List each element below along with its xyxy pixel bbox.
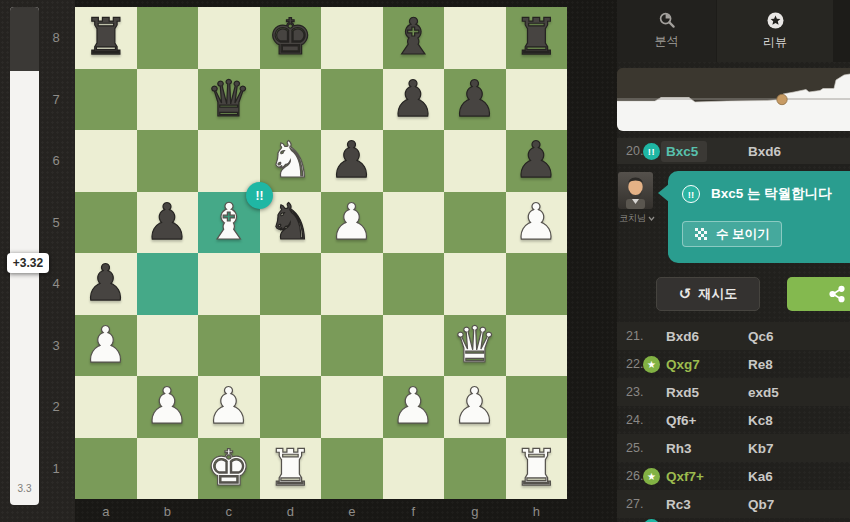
- show-moves-button[interactable]: 수 보이기: [682, 221, 782, 247]
- square-d7[interactable]: [260, 69, 322, 131]
- white-pawn-a3[interactable]: ♟: [83, 315, 128, 377]
- move-black[interactable]: Qb7: [748, 497, 774, 512]
- rank-label-6: 6: [44, 130, 68, 192]
- square-g7[interactable]: ♟: [444, 69, 506, 131]
- white-pawn-f2[interactable]: ♟: [391, 376, 436, 438]
- square-g2[interactable]: ♟: [444, 376, 506, 438]
- coach-name-label[interactable]: 코치님: [617, 212, 657, 225]
- white-knight-d6[interactable]: ♞: [268, 130, 313, 192]
- move-white[interactable]: Qxf7+: [666, 469, 748, 484]
- square-a5[interactable]: [75, 192, 137, 254]
- square-e6[interactable]: ♟: [321, 130, 383, 192]
- rank-label-3: 3: [44, 315, 68, 377]
- white-king-c1[interactable]: ♚: [206, 438, 251, 500]
- white-pawn-c2[interactable]: ♟: [206, 376, 251, 438]
- black-pawn-a4[interactable]: ♟: [83, 253, 128, 315]
- retry-icon: ↺: [679, 285, 692, 303]
- move-number: 21.: [617, 329, 643, 343]
- square-a2[interactable]: [75, 376, 137, 438]
- square-f2[interactable]: ♟: [383, 376, 445, 438]
- black-bishop-f8[interactable]: ♝: [391, 7, 436, 69]
- file-label-g: g: [444, 499, 506, 522]
- square-a3[interactable]: ♟: [75, 315, 137, 377]
- panel-tabs: 분석 리뷰: [617, 0, 850, 62]
- square-b7[interactable]: [137, 69, 199, 131]
- square-e1[interactable]: [321, 438, 383, 500]
- selected-move-white[interactable]: Bxc5: [661, 141, 707, 162]
- square-a8[interactable]: ♜: [75, 7, 137, 69]
- square-b2[interactable]: ♟: [137, 376, 199, 438]
- file-label-c: c: [198, 499, 260, 522]
- square-b1[interactable]: [137, 438, 199, 500]
- square-a1[interactable]: [75, 438, 137, 500]
- show-moves-label: 수 보이기: [716, 226, 769, 243]
- move-row-27: 27.Rc3Qb7: [617, 490, 850, 518]
- square-g1[interactable]: [444, 438, 506, 500]
- square-d6[interactable]: ♞: [260, 130, 322, 192]
- tab-review[interactable]: 리뷰: [717, 0, 833, 62]
- file-labels: abcdefgh: [75, 499, 567, 522]
- move-number: 25.: [617, 441, 643, 455]
- white-rook-h1[interactable]: ♜: [514, 438, 559, 500]
- white-rook-d1[interactable]: ♜: [268, 438, 313, 500]
- square-b6[interactable]: [137, 130, 199, 192]
- black-pawn-g7[interactable]: ♟: [452, 69, 497, 131]
- eval-sidebar: 3.3 +3.32 87654321: [0, 0, 75, 522]
- rank-label-1: 1: [44, 438, 68, 500]
- analysis-magnifier-icon: [659, 12, 675, 28]
- tab-analysis[interactable]: 분석: [617, 0, 716, 62]
- coach-comment-text: Bxc5 는 탁월합니다: [711, 185, 832, 203]
- evaluation-graph[interactable]: [617, 68, 850, 131]
- share-button[interactable]: [787, 277, 850, 311]
- file-label-f: f: [383, 499, 445, 522]
- square-a6[interactable]: [75, 130, 137, 192]
- square-d8[interactable]: ♚: [260, 7, 322, 69]
- square-f4[interactable]: [383, 253, 445, 315]
- square-g4[interactable]: [444, 253, 506, 315]
- move-row-24: 24.Qf6+Kc8: [617, 406, 850, 434]
- move-row-21: 21.Bxd6Qc6: [617, 322, 850, 350]
- black-pawn-e6[interactable]: ♟: [329, 130, 374, 192]
- move-row-23: 23.Rxd5exd5: [617, 378, 850, 406]
- square-f6[interactable]: [383, 130, 445, 192]
- move-black[interactable]: Bxd6: [748, 144, 781, 159]
- checkerboard-icon: [695, 228, 708, 241]
- evaluation-bar-black-part: [10, 7, 39, 71]
- square-f8[interactable]: ♝: [383, 7, 445, 69]
- rank-label-2: 2: [44, 376, 68, 438]
- move-black[interactable]: exd5: [748, 385, 779, 400]
- square-d1[interactable]: ♜: [260, 438, 322, 500]
- square-f5[interactable]: [383, 192, 445, 254]
- square-b8[interactable]: [137, 7, 199, 69]
- tab-analysis-label: 분석: [655, 33, 679, 50]
- black-king-d8[interactable]: ♚: [268, 7, 313, 69]
- move-black[interactable]: Re8: [748, 357, 773, 372]
- move-row-25: 25.Rh3Kb7: [617, 434, 850, 462]
- move-white[interactable]: Bxd6: [666, 329, 748, 344]
- file-label-b: b: [137, 499, 199, 522]
- square-e3[interactable]: [321, 315, 383, 377]
- chess-board-area: ♜♚♝♜♛♟♟♞♟♟♟♝♞♟♟♟♟♛♟♟♟♟♚♜♜ !! abcdefgh: [75, 7, 567, 522]
- square-e8[interactable]: [321, 7, 383, 69]
- chevron-down-icon: [648, 216, 655, 221]
- coach-avatar[interactable]: [618, 172, 653, 209]
- move-white[interactable]: Qf6+: [666, 413, 748, 428]
- eval-graph-current-move-marker: [777, 94, 787, 104]
- rank-label-7: 7: [44, 69, 68, 131]
- white-pawn-b2[interactable]: ♟: [145, 376, 190, 438]
- move-row-22: 22.★Qxg7Re8: [617, 350, 850, 378]
- white-pawn-e5[interactable]: ♟: [329, 192, 374, 254]
- square-e4[interactable]: [321, 253, 383, 315]
- best-move-star-icon: ★: [643, 468, 660, 485]
- retry-button[interactable]: ↺ 재시도: [656, 277, 760, 311]
- square-d3[interactable]: [260, 315, 322, 377]
- square-a7[interactable]: [75, 69, 137, 131]
- move-black[interactable]: Ka6: [748, 469, 773, 484]
- move-row-28: 28.!!: [617, 518, 850, 522]
- black-rook-a8[interactable]: ♜: [83, 7, 128, 69]
- black-pawn-b5[interactable]: ♟: [145, 192, 190, 254]
- move-number: 24.: [617, 413, 643, 427]
- file-label-e: e: [321, 499, 383, 522]
- square-h6[interactable]: ♟: [506, 130, 568, 192]
- file-label-d: d: [260, 499, 322, 522]
- square-h2[interactable]: [506, 376, 568, 438]
- brilliant-move-badge: !!: [246, 182, 273, 209]
- square-e7[interactable]: [321, 69, 383, 131]
- square-d4[interactable]: [260, 253, 322, 315]
- file-label-a: a: [75, 499, 137, 522]
- square-c3[interactable]: [198, 315, 260, 377]
- square-c7[interactable]: ♛: [198, 69, 260, 131]
- square-g3[interactable]: ♛: [444, 315, 506, 377]
- share-nodes-icon: [828, 285, 846, 303]
- square-g8[interactable]: [444, 7, 506, 69]
- retry-label: 재시도: [698, 285, 737, 303]
- move-number: 27.: [617, 497, 643, 511]
- evaluation-tooltip: +3.32: [7, 253, 49, 273]
- square-e5[interactable]: ♟: [321, 192, 383, 254]
- square-f3[interactable]: [383, 315, 445, 377]
- game-review-screen: 3.3 +3.32 87654321 ♜♚♝♜♛♟♟♞♟♟♟♝♞♟♟♟♟♛♟♟♟…: [0, 0, 850, 522]
- move-white[interactable]: Rxd5: [666, 385, 748, 400]
- move-list: 21.Bxd6Qc622.★Qxg7Re823.Rxd5exd524.Qf6+K…: [617, 322, 850, 522]
- move-black[interactable]: Qc6: [748, 329, 774, 344]
- square-b5[interactable]: ♟: [137, 192, 199, 254]
- square-c2[interactable]: ♟: [198, 376, 260, 438]
- move-black[interactable]: Kc8: [748, 413, 773, 428]
- brilliant-badge-icon: !!: [682, 185, 700, 203]
- square-e2[interactable]: [321, 376, 383, 438]
- square-h4[interactable]: [506, 253, 568, 315]
- rank-label-8: 8: [44, 7, 68, 69]
- coach-speech-bubble: !! Bxc5 는 탁월합니다 수 보이기: [668, 171, 850, 263]
- best-move-star-icon: ★: [643, 356, 660, 373]
- square-g6[interactable]: [444, 130, 506, 192]
- square-b3[interactable]: [137, 315, 199, 377]
- move-number: 20.: [617, 144, 643, 158]
- square-h8[interactable]: ♜: [506, 7, 568, 69]
- move-white[interactable]: Rc3: [666, 497, 748, 512]
- square-c4[interactable]: [198, 253, 260, 315]
- square-d2[interactable]: [260, 376, 322, 438]
- evaluation-bar-bottom-value: 3.3: [10, 483, 39, 494]
- square-c1[interactable]: ♚: [198, 438, 260, 500]
- current-move-row: 20. !! Bxc5 Bxd6: [617, 138, 850, 164]
- white-pawn-h5[interactable]: ♟: [514, 192, 559, 254]
- bubble-tail: [658, 184, 669, 202]
- black-pawn-h6[interactable]: ♟: [514, 130, 559, 192]
- review-star-icon: [767, 12, 784, 29]
- square-h3[interactable]: [506, 315, 568, 377]
- square-c6[interactable]: [198, 130, 260, 192]
- move-number: 22.: [617, 357, 643, 371]
- square-a4[interactable]: ♟: [75, 253, 137, 315]
- brilliant-badge-icon: !!: [643, 143, 660, 160]
- black-queen-c7[interactable]: ♛: [206, 69, 251, 131]
- black-rook-h8[interactable]: ♜: [514, 7, 559, 69]
- black-knight-d5[interactable]: ♞: [268, 192, 313, 254]
- white-bishop-c5[interactable]: ♝: [206, 192, 251, 254]
- square-b4[interactable]: [137, 253, 199, 315]
- square-f7[interactable]: ♟: [383, 69, 445, 131]
- square-g5[interactable]: [444, 192, 506, 254]
- square-h1[interactable]: ♜: [506, 438, 568, 500]
- move-row-26: 26.★Qxf7+Ka6: [617, 462, 850, 490]
- tab-review-label: 리뷰: [763, 34, 787, 51]
- square-f1[interactable]: [383, 438, 445, 500]
- move-number: 23.: [617, 385, 643, 399]
- rank-label-5: 5: [44, 192, 68, 254]
- chess-board[interactable]: ♜♚♝♜♛♟♟♞♟♟♟♝♞♟♟♟♟♛♟♟♟♟♚♜♜: [75, 7, 567, 499]
- move-white[interactable]: Qxg7: [666, 357, 748, 372]
- square-c8[interactable]: [198, 7, 260, 69]
- square-h7[interactable]: [506, 69, 568, 131]
- move-white[interactable]: Rh3: [666, 441, 748, 456]
- white-pawn-g2[interactable]: ♟: [452, 376, 497, 438]
- file-label-h: h: [506, 499, 568, 522]
- black-pawn-f7[interactable]: ♟: [391, 69, 436, 131]
- square-h5[interactable]: ♟: [506, 192, 568, 254]
- review-panel: 분석 리뷰 20. !! Bxc5 Bxd6: [617, 0, 850, 522]
- white-queen-g3[interactable]: ♛: [452, 315, 497, 377]
- move-black[interactable]: Kb7: [748, 441, 774, 456]
- move-number: 26.: [617, 469, 643, 483]
